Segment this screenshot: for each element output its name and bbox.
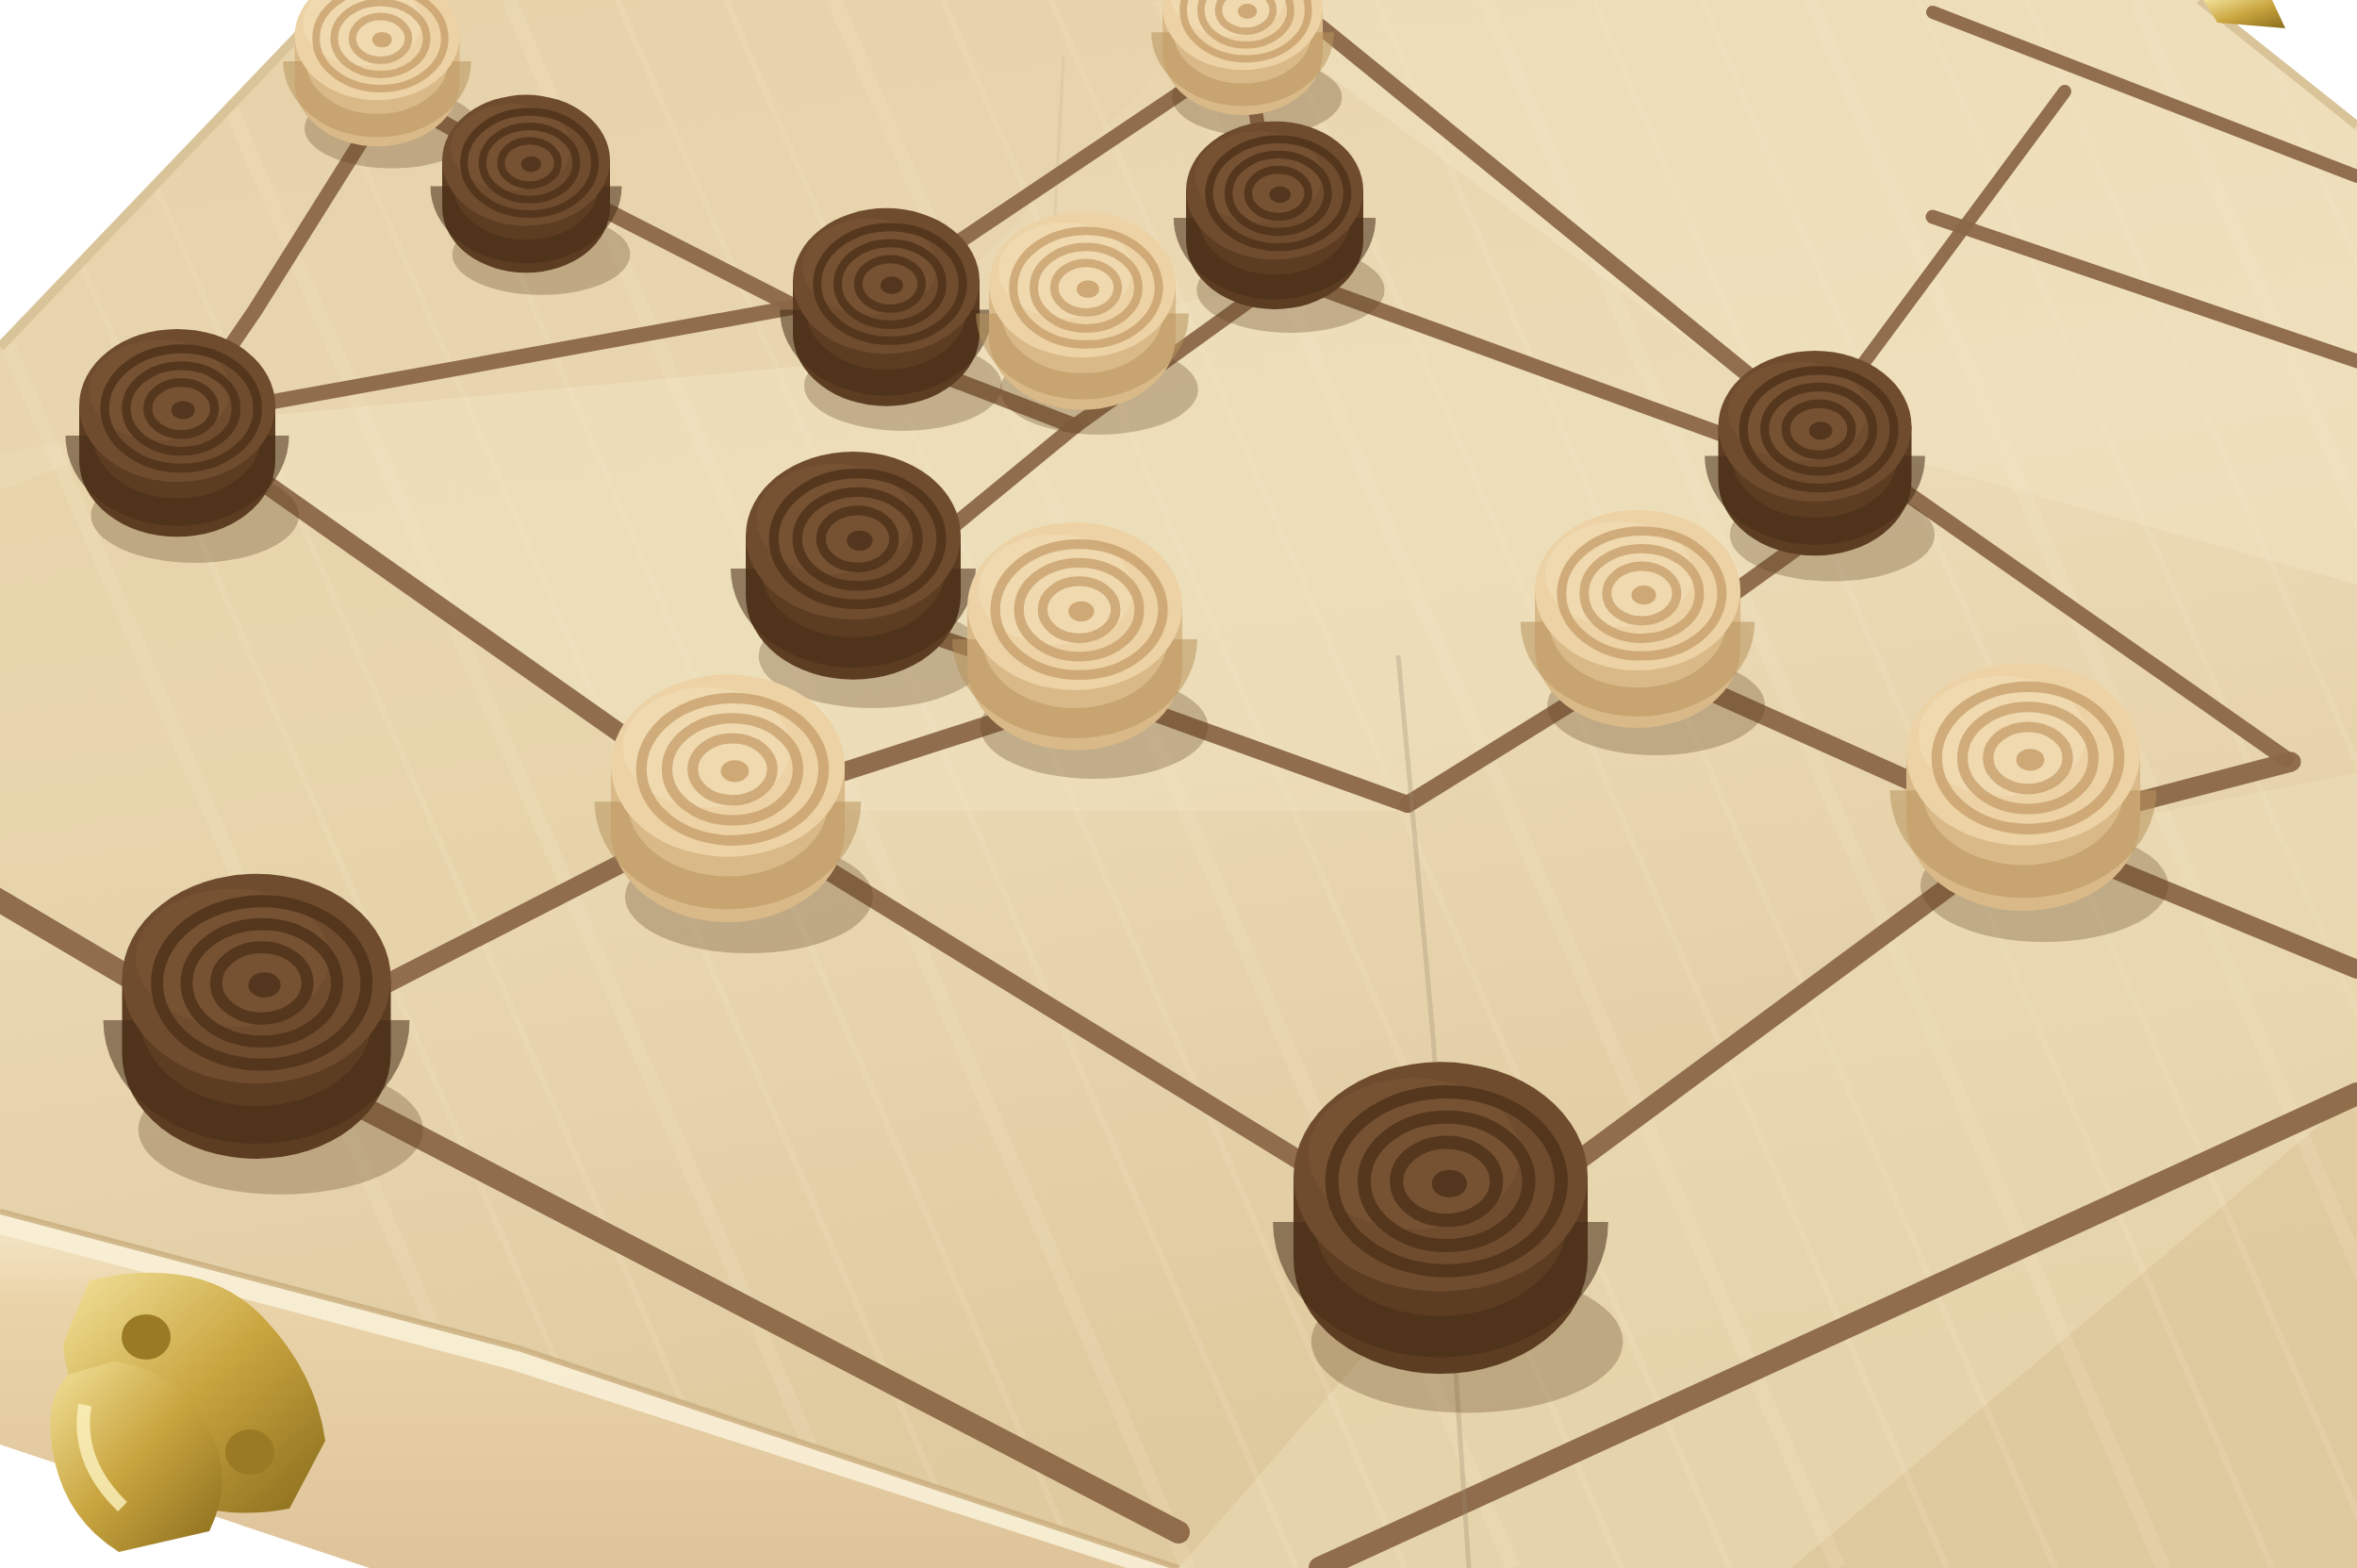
piece-light-middle-n[interactable] <box>1162 0 1342 136</box>
latch-screw <box>122 1314 171 1360</box>
morris-board-svg <box>0 0 2357 1568</box>
board-photo <box>0 0 2357 1568</box>
latch-screw <box>225 1429 274 1475</box>
